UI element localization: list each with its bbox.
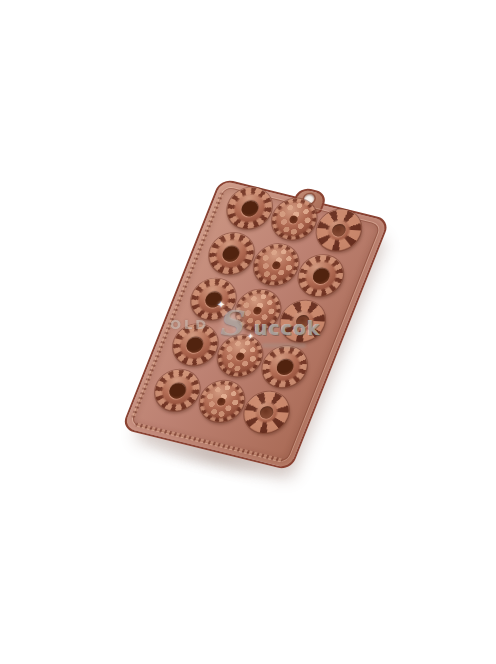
cavity-bead-ring (258, 345, 310, 389)
cavity-berry-dome (229, 285, 287, 335)
cavity-berry-dome (265, 194, 323, 244)
cavity-rose-ring (313, 208, 365, 252)
cavity-berry-dome (209, 329, 270, 383)
cavity-rose-ring (276, 299, 328, 343)
photo-canvas: OLD S ✦ ✦ uccok (0, 0, 496, 664)
cavity-bead-ring (295, 254, 347, 298)
cavity-rose-ring (240, 390, 292, 434)
cavity-berry-dome (193, 376, 251, 426)
chocolate-mold (121, 178, 390, 471)
cavity-berry-dome (245, 237, 306, 291)
